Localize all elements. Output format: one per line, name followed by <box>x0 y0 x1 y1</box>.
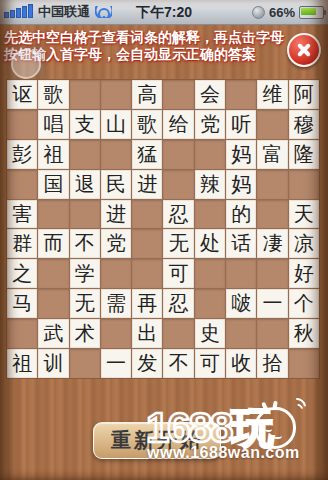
grid-cell[interactable] <box>7 170 37 199</box>
grid-cell[interactable]: 的 <box>226 200 256 229</box>
grid-cell[interactable]: 无 <box>70 289 100 318</box>
grid-cell[interactable] <box>163 170 193 199</box>
grid-cell[interactable]: 妈 <box>226 170 256 199</box>
grid-cell[interactable]: 训 <box>38 349 68 378</box>
grid-cell[interactable] <box>257 319 287 348</box>
grid-cell[interactable]: 群 <box>7 229 37 258</box>
grid-cell[interactable]: 不 <box>163 349 193 378</box>
grid-cell[interactable]: 国 <box>38 170 68 199</box>
grid-cell[interactable]: 个 <box>289 289 319 318</box>
grid-cell[interactable]: 唱 <box>38 110 68 139</box>
grid-cell[interactable]: 祖 <box>7 349 37 378</box>
grid-cell[interactable] <box>38 200 68 229</box>
status-bar: 中国联通 下午7:20 66% <box>0 0 328 25</box>
grid-cell[interactable] <box>70 80 100 109</box>
grid-cell[interactable]: 高 <box>132 80 162 109</box>
grid-cell[interactable] <box>195 140 225 169</box>
grid-cell[interactable]: 害 <box>7 200 37 229</box>
grid-cell[interactable]: 富 <box>257 140 287 169</box>
battery-icon <box>299 6 324 19</box>
grid-cell[interactable]: 进 <box>101 200 131 229</box>
grid-cell[interactable]: 收 <box>226 349 256 378</box>
grid-cell[interactable]: 天 <box>289 200 319 229</box>
grid-cell[interactable]: 史 <box>195 319 225 348</box>
grid-cell[interactable] <box>38 289 68 318</box>
grid-cell[interactable] <box>163 140 193 169</box>
grid-cell[interactable]: 退 <box>70 170 100 199</box>
grid-cell[interactable] <box>101 319 131 348</box>
grid-cell[interactable] <box>132 200 162 229</box>
grid-cell[interactable]: 听 <box>226 110 256 139</box>
battery-percent-label: 66% <box>269 5 295 20</box>
grid-cell[interactable] <box>257 200 287 229</box>
grid-cell[interactable] <box>70 200 100 229</box>
grid-cell[interactable] <box>38 259 68 288</box>
grid-cell[interactable]: 秋 <box>289 319 319 348</box>
grid-cell[interactable]: 可 <box>163 259 193 288</box>
grid-cell[interactable]: 处 <box>195 229 225 258</box>
grid-cell[interactable] <box>226 259 256 288</box>
grid-cell[interactable]: 需 <box>101 289 131 318</box>
grid-cell[interactable] <box>257 170 287 199</box>
grid-cell[interactable] <box>195 289 225 318</box>
grid-cell[interactable]: 马 <box>7 289 37 318</box>
grid-cell[interactable]: 歌 <box>38 80 68 109</box>
grid-cell[interactable] <box>132 259 162 288</box>
grid-cell[interactable]: 凄 <box>257 229 287 258</box>
grid-cell[interactable]: 猛 <box>132 140 162 169</box>
grid-cell[interactable] <box>70 140 100 169</box>
grid-cell[interactable]: 好 <box>289 259 319 288</box>
grid-cell[interactable] <box>195 200 225 229</box>
grid-cell[interactable]: 忍 <box>163 289 193 318</box>
grid-cell[interactable]: 之 <box>7 259 37 288</box>
grid-cell[interactable] <box>226 80 256 109</box>
grid-cell[interactable]: 讴 <box>7 80 37 109</box>
restart-button[interactable]: 重新开始 <box>93 422 221 459</box>
grid-cell[interactable] <box>163 80 193 109</box>
grid-cell[interactable] <box>226 319 256 348</box>
grid-cell[interactable]: 而 <box>38 229 68 258</box>
grid-cell[interactable]: 啵 <box>226 289 256 318</box>
grid-cell[interactable]: 不 <box>70 229 100 258</box>
grid-cell[interactable]: 一 <box>101 349 131 378</box>
grid-cell[interactable]: 党 <box>195 110 225 139</box>
grid-cell[interactable]: 彭 <box>7 140 37 169</box>
grid-cell[interactable]: 山 <box>101 110 131 139</box>
grid-cell[interactable]: 进 <box>132 170 162 199</box>
crossword-board: 讴歌高会维阿唱支山歌给党听穆彭祖猛妈富隆国退民进辣妈害进忍的天群而不党无处话凄凉… <box>7 80 319 378</box>
grid-cell[interactable] <box>70 349 100 378</box>
instruction-line-1: 先选中空白格子查看词条的解释，再点击字母 <box>4 29 284 47</box>
grid-cell[interactable]: 话 <box>226 229 256 258</box>
grid-cell[interactable]: 忍 <box>163 200 193 229</box>
grid-cell[interactable]: 隆 <box>289 140 319 169</box>
grid-cell[interactable]: 无 <box>163 229 193 258</box>
lock-icon <box>252 6 265 19</box>
grid-cell[interactable]: 维 <box>257 80 287 109</box>
grid-cell[interactable]: 一 <box>257 289 287 318</box>
grid-cell[interactable] <box>101 80 131 109</box>
grid-cell[interactable]: 发 <box>132 349 162 378</box>
grid-cell[interactable]: 穆 <box>289 110 319 139</box>
app-screen: 中国联通 下午7:20 66% 先选中空白格子查看词条的解释，再点击字母 按钮输… <box>0 0 328 480</box>
grid-cell[interactable] <box>289 349 319 378</box>
grid-cell[interactable]: 给 <box>163 110 193 139</box>
grid-cell[interactable] <box>7 319 37 348</box>
close-icon[interactable] <box>287 33 321 67</box>
grid-cell[interactable]: 党 <box>101 229 131 258</box>
grid-cell[interactable] <box>7 110 37 139</box>
grid-cell[interactable]: 辣 <box>195 170 225 199</box>
grid-cell[interactable] <box>132 229 162 258</box>
grid-cell[interactable] <box>101 259 131 288</box>
grid-cell[interactable]: 祖 <box>38 140 68 169</box>
grid-cell[interactable]: 可 <box>195 349 225 378</box>
assistive-touch-button[interactable] <box>6 44 46 84</box>
grid-cell[interactable] <box>289 170 319 199</box>
grid-cell[interactable]: 出 <box>132 319 162 348</box>
grid-cell[interactable]: 学 <box>70 259 100 288</box>
mascot-signal-icon <box>284 394 309 419</box>
grid-cell[interactable] <box>101 140 131 169</box>
grid-cell[interactable]: 拾 <box>257 349 287 378</box>
grid-cell[interactable]: 民 <box>101 170 131 199</box>
mascot-icon <box>254 407 296 449</box>
status-right-group: 66% <box>252 0 324 24</box>
grid-cell[interactable]: 歌 <box>132 110 162 139</box>
mascot-signal-icon-small <box>291 402 305 416</box>
grid-cell[interactable] <box>257 110 287 139</box>
grid-cell[interactable]: 术 <box>70 319 100 348</box>
grid-cell[interactable]: 再 <box>132 289 162 318</box>
grid-cell[interactable]: 妈 <box>226 140 256 169</box>
grid-cell[interactable] <box>257 259 287 288</box>
grid-cell[interactable]: 支 <box>70 110 100 139</box>
grid-cell[interactable]: 凉 <box>289 229 319 258</box>
grid-cell[interactable]: 阿 <box>289 80 319 109</box>
grid-cell[interactable]: 会 <box>195 80 225 109</box>
grid-cell[interactable]: 武 <box>38 319 68 348</box>
grid-cell[interactable] <box>195 259 225 288</box>
grid-cell[interactable] <box>163 319 193 348</box>
